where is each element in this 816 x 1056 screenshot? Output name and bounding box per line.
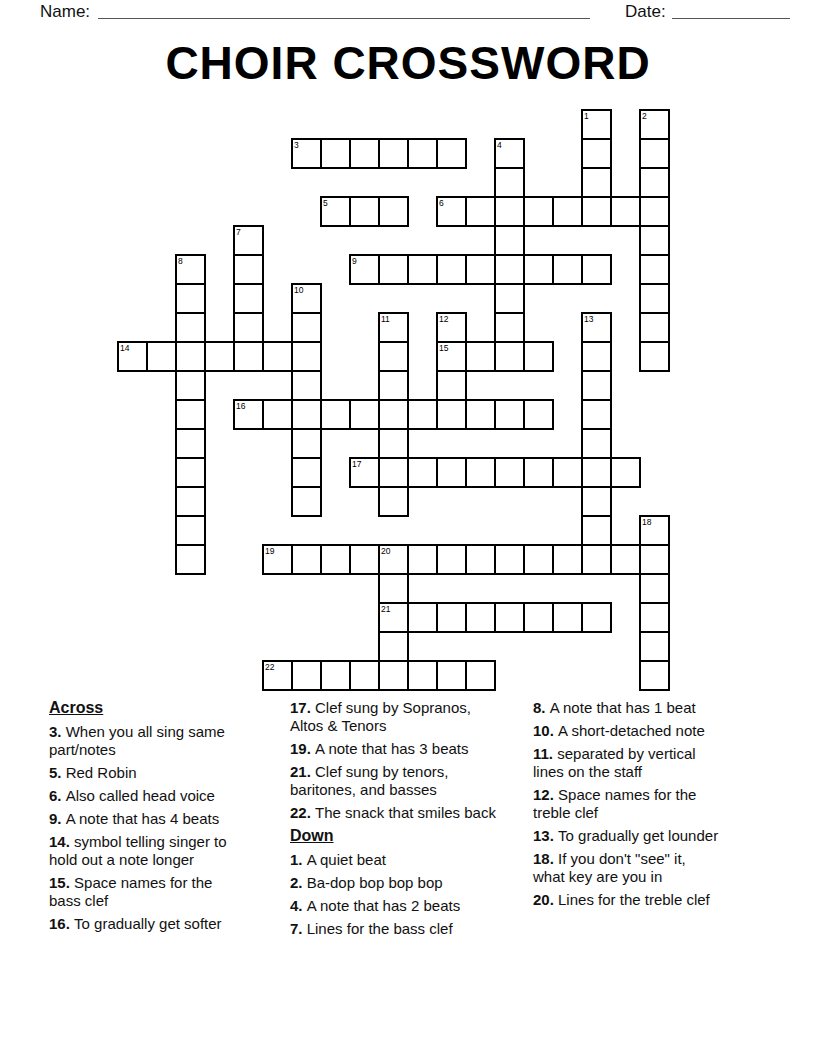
- clue-down-18: 18. If you don't "see" it, what key are …: [533, 850, 719, 886]
- grid-cell[interactable]: [350, 661, 379, 690]
- grid-cell[interactable]: [292, 400, 321, 429]
- grid-cell[interactable]: [466, 255, 495, 284]
- clue-across-15: 15. Space names for the bass clef: [49, 874, 245, 910]
- cell-number: 15: [439, 344, 448, 353]
- cell-number: 21: [381, 605, 390, 614]
- clues-column-3: 8. A note that has 1 beat10. A short-det…: [533, 699, 719, 914]
- grid-cell[interactable]: [582, 371, 611, 400]
- clue-across-14: 14. symbol telling singer to hold out a …: [49, 833, 245, 869]
- grid-cell[interactable]: [437, 139, 466, 168]
- grid-cell[interactable]: [582, 458, 611, 487]
- clue-text: When you all sing same part/notes: [49, 723, 225, 758]
- grid-cell[interactable]: [379, 574, 408, 603]
- grid-cell[interactable]: [640, 342, 669, 371]
- grid-cell[interactable]: [263, 342, 292, 371]
- grid-cell[interactable]: [292, 661, 321, 690]
- clue-across-19: 19. A note that has 3 beats: [290, 740, 496, 758]
- grid-cell[interactable]: [379, 458, 408, 487]
- grid-cell[interactable]: [321, 400, 350, 429]
- grid-cell[interactable]: [379, 371, 408, 400]
- grid-cell[interactable]: [524, 342, 553, 371]
- grid-cell[interactable]: [466, 661, 495, 690]
- clue-number-label: 6.: [49, 787, 66, 804]
- grid-cell[interactable]: [176, 487, 205, 516]
- grid-cell[interactable]: [321, 139, 350, 168]
- grid-cell[interactable]: [234, 284, 263, 313]
- clue-number-label: 14.: [49, 833, 74, 850]
- grid-cell[interactable]: [582, 545, 611, 574]
- grid-cell[interactable]: [640, 255, 669, 284]
- grid-cell[interactable]: [524, 603, 553, 632]
- grid-cell[interactable]: [408, 545, 437, 574]
- grid-cell[interactable]: [437, 255, 466, 284]
- clue-text: Lines for the treble clef: [558, 891, 710, 908]
- cell-number: 5: [323, 199, 328, 208]
- grid-cell[interactable]: [640, 139, 669, 168]
- clue-text: To gradually get softer: [74, 915, 222, 932]
- grid-cell[interactable]: [495, 400, 524, 429]
- cell-number: 7: [236, 228, 241, 237]
- grid-cell[interactable]: [234, 313, 263, 342]
- clue-number-label: 19.: [290, 740, 315, 757]
- date-blank-line[interactable]: [672, 3, 790, 19]
- grid-cell[interactable]: [553, 197, 582, 226]
- grid-cell[interactable]: [408, 603, 437, 632]
- clues-column-2: 17. Clef sung by Sopranos, Altos & Tenor…: [290, 699, 496, 943]
- grid-cell[interactable]: [437, 458, 466, 487]
- grid-cell[interactable]: [350, 400, 379, 429]
- crossword-grid: 12345678910111213141516171819202122: [118, 110, 669, 690]
- cell-number: 8: [178, 257, 183, 266]
- clue-text: To gradually get lounder: [558, 827, 718, 844]
- clue-text: Also called head voice: [66, 787, 215, 804]
- grid-cell[interactable]: [437, 371, 466, 400]
- clue-text: A note that has 1 beat: [550, 699, 696, 716]
- name-label: Name:: [40, 2, 90, 22]
- grid-cell[interactable]: [582, 342, 611, 371]
- clue-down-13: 13. To gradually get lounder: [533, 827, 719, 845]
- clue-text: A short-detached note: [558, 722, 705, 739]
- grid-cell[interactable]: [263, 400, 292, 429]
- grid-cell[interactable]: [176, 545, 205, 574]
- grid-cell[interactable]: [379, 400, 408, 429]
- grid-cell[interactable]: [379, 429, 408, 458]
- clue-across-3: 3. When you all sing same part/notes: [49, 723, 245, 759]
- grid-cell[interactable]: [495, 545, 524, 574]
- grid-cell[interactable]: [234, 255, 263, 284]
- clue-number-label: 11.: [533, 745, 557, 762]
- clue-across-6: 6. Also called head voice: [49, 787, 245, 805]
- grid-cell[interactable]: [437, 661, 466, 690]
- grid-cell[interactable]: [379, 342, 408, 371]
- grid-cell[interactable]: [582, 139, 611, 168]
- grid-cell[interactable]: [495, 255, 524, 284]
- date-label: Date:: [625, 2, 666, 22]
- grid-cell[interactable]: [640, 284, 669, 313]
- clue-text: Lines for the bass clef: [307, 920, 453, 937]
- grid-cell[interactable]: [495, 168, 524, 197]
- cell-number: 20: [381, 547, 390, 556]
- clue-across-17: 17. Clef sung by Sopranos, Altos & Tenor…: [290, 699, 496, 735]
- cell-number: 14: [120, 344, 129, 353]
- grid-cell[interactable]: [466, 400, 495, 429]
- clue-number-label: 9.: [49, 810, 66, 827]
- clue-number-label: 20.: [533, 891, 558, 908]
- grid-cell[interactable]: [611, 458, 640, 487]
- grid-cell[interactable]: [292, 487, 321, 516]
- clue-number-label: 1.: [290, 851, 307, 868]
- grid-cell[interactable]: [437, 545, 466, 574]
- grid-cell[interactable]: [524, 545, 553, 574]
- clue-down-8: 8. A note that has 1 beat: [533, 699, 719, 717]
- grid-cell[interactable]: [495, 284, 524, 313]
- grid-cell[interactable]: [553, 545, 582, 574]
- clue-number-label: 3.: [49, 723, 66, 740]
- grid-cell[interactable]: [640, 226, 669, 255]
- grid-cell[interactable]: [553, 603, 582, 632]
- grid-cell[interactable]: [408, 400, 437, 429]
- clue-number-label: 4.: [290, 897, 307, 914]
- grid-cell[interactable]: [321, 661, 350, 690]
- clue-text: Clef sung by Sopranos, Altos & Tenors: [290, 699, 471, 734]
- clue-down-20: 20. Lines for the treble clef: [533, 891, 719, 909]
- clue-number-label: 21.: [290, 763, 315, 780]
- clue-text: Space names for the treble clef: [533, 786, 696, 821]
- clue-number-label: 18.: [533, 850, 558, 867]
- grid-cell[interactable]: [379, 632, 408, 661]
- cell-number: 2: [642, 112, 647, 121]
- grid-cell[interactable]: [292, 342, 321, 371]
- grid-cell[interactable]: [582, 255, 611, 284]
- grid-cell[interactable]: [466, 197, 495, 226]
- clue-text: The snack that smiles back: [315, 804, 496, 821]
- clue-number-label: 5.: [49, 764, 66, 781]
- grid-cell[interactable]: [466, 342, 495, 371]
- clue-text: Space names for the bass clef: [49, 874, 212, 909]
- clue-down-7: 7. Lines for the bass clef: [290, 920, 496, 938]
- grid-cell[interactable]: [292, 458, 321, 487]
- grid-cell[interactable]: [495, 226, 524, 255]
- cell-number: 3: [294, 141, 299, 150]
- grid-cell[interactable]: [408, 255, 437, 284]
- cell-number: 11: [381, 315, 390, 324]
- grid-cell[interactable]: [582, 197, 611, 226]
- cell-number: 19: [265, 547, 274, 556]
- clue-number-label: 8.: [533, 699, 550, 716]
- grid-cell[interactable]: [292, 545, 321, 574]
- cell-number: 18: [642, 518, 651, 527]
- grid-cell[interactable]: [640, 574, 669, 603]
- grid-cell[interactable]: [582, 168, 611, 197]
- clue-down-12: 12. Space names for the treble clef: [533, 786, 719, 822]
- clue-text: A note that has 2 beats: [307, 897, 460, 914]
- cell-number: 6: [439, 199, 444, 208]
- grid-cell[interactable]: [408, 139, 437, 168]
- grid-cell[interactable]: [640, 197, 669, 226]
- grid-cell[interactable]: [176, 458, 205, 487]
- grid-cell[interactable]: [640, 545, 669, 574]
- grid-cell[interactable]: [379, 661, 408, 690]
- grid-cell[interactable]: [495, 342, 524, 371]
- clue-across-21: 21. Clef sung by tenors, baritones, and …: [290, 763, 496, 799]
- grid-cell[interactable]: [524, 197, 553, 226]
- clue-text: symbol telling singer to hold out a note…: [49, 833, 227, 868]
- grid-cell[interactable]: [640, 632, 669, 661]
- grid-cell[interactable]: [176, 342, 205, 371]
- grid-cell[interactable]: [176, 313, 205, 342]
- clue-number-label: 15.: [49, 874, 74, 891]
- clue-number-label: 12.: [533, 786, 558, 803]
- clue-text: separated by vertical lines on the staff: [533, 745, 696, 780]
- puzzle-title: CHOIR CROSSWORD: [0, 36, 816, 90]
- grid-cell[interactable]: [582, 487, 611, 516]
- clue-text: A quiet beat: [307, 851, 386, 868]
- clue-number-label: 22.: [290, 804, 315, 821]
- grid-cell[interactable]: [640, 168, 669, 197]
- clue-down-11: 11. separated by vertical lines on the s…: [533, 745, 719, 781]
- clue-text: A note that has 4 beats: [66, 810, 219, 827]
- grid-cell[interactable]: [176, 516, 205, 545]
- clue-text: A note that has 3 beats: [315, 740, 468, 757]
- cell-number: 1: [584, 112, 589, 121]
- clues-section-header: Down: [290, 827, 496, 845]
- name-blank-line[interactable]: [98, 3, 590, 19]
- grid-cell[interactable]: [582, 429, 611, 458]
- clue-across-5: 5. Red Robin: [49, 764, 245, 782]
- grid-cell[interactable]: [176, 429, 205, 458]
- clue-number-label: 7.: [290, 920, 307, 937]
- clue-across-16: 16. To gradually get softer: [49, 915, 245, 933]
- clues-section-header: Across: [49, 699, 245, 717]
- grid-cell[interactable]: [524, 400, 553, 429]
- grid-cell[interactable]: [582, 603, 611, 632]
- grid-cell[interactable]: [640, 661, 669, 690]
- grid-cell[interactable]: [611, 197, 640, 226]
- grid-cell[interactable]: [524, 458, 553, 487]
- clue-number-label: 16.: [49, 915, 74, 932]
- cell-number: 12: [439, 315, 448, 324]
- clue-across-22: 22. The snack that smiles back: [290, 804, 496, 822]
- grid-cell[interactable]: [408, 458, 437, 487]
- worksheet-page: { "game": "crossword", "title": "CHOIR C…: [0, 0, 816, 1056]
- clue-down-2: 2. Ba-dop bop bop bop: [290, 874, 496, 892]
- grid-cell[interactable]: [379, 255, 408, 284]
- cell-number: 22: [265, 663, 274, 672]
- grid-cell[interactable]: [495, 313, 524, 342]
- grid-cell[interactable]: [640, 603, 669, 632]
- clue-number-label: 2.: [290, 874, 307, 891]
- clue-text: Red Robin: [66, 764, 137, 781]
- grid-cell[interactable]: [176, 400, 205, 429]
- grid-cell[interactable]: [379, 139, 408, 168]
- clue-number-label: 10.: [533, 722, 558, 739]
- clues-column-1: Across3. When you all sing same part/not…: [49, 699, 245, 938]
- cell-number: 10: [294, 286, 303, 295]
- grid-cell[interactable]: [176, 371, 205, 400]
- grid-cell[interactable]: [466, 545, 495, 574]
- grid-cell[interactable]: [292, 313, 321, 342]
- grid-cell[interactable]: [408, 661, 437, 690]
- grid-cell[interactable]: [234, 342, 263, 371]
- grid-cell[interactable]: [640, 313, 669, 342]
- clue-number-label: 13.: [533, 827, 558, 844]
- grid-cell[interactable]: [437, 400, 466, 429]
- grid-cell[interactable]: [495, 458, 524, 487]
- grid-cell[interactable]: [495, 197, 524, 226]
- grid-cell[interactable]: [437, 603, 466, 632]
- grid-cell[interactable]: [379, 197, 408, 226]
- grid-cell[interactable]: [321, 545, 350, 574]
- grid-cell[interactable]: [292, 429, 321, 458]
- clue-text: Ba-dop bop bop bop: [307, 874, 443, 891]
- cell-number: 13: [584, 315, 593, 324]
- grid-cell[interactable]: [524, 255, 553, 284]
- grid-cell[interactable]: [495, 603, 524, 632]
- grid-cell[interactable]: [582, 516, 611, 545]
- grid-cell[interactable]: [582, 400, 611, 429]
- grid-cell[interactable]: [466, 458, 495, 487]
- grid-cell[interactable]: [205, 342, 234, 371]
- grid-cell[interactable]: [553, 458, 582, 487]
- cell-number: 4: [497, 141, 502, 150]
- grid-cell[interactable]: [611, 545, 640, 574]
- grid-cell[interactable]: [466, 603, 495, 632]
- grid-cell[interactable]: [292, 371, 321, 400]
- grid-cell[interactable]: [176, 284, 205, 313]
- cell-number: 17: [352, 460, 361, 469]
- cell-number: 16: [236, 402, 245, 411]
- cell-number: 9: [352, 257, 357, 266]
- grid-cell[interactable]: [350, 545, 379, 574]
- grid-cell[interactable]: [379, 487, 408, 516]
- grid-cell[interactable]: [350, 197, 379, 226]
- clue-down-10: 10. A short-detached note: [533, 722, 719, 740]
- clue-down-1: 1. A quiet beat: [290, 851, 496, 869]
- grid-cell[interactable]: [147, 342, 176, 371]
- clue-number-label: 17.: [290, 699, 315, 716]
- grid-cell[interactable]: [553, 255, 582, 284]
- clue-down-4: 4. A note that has 2 beats: [290, 897, 496, 915]
- grid-cell[interactable]: [350, 139, 379, 168]
- clue-across-9: 9. A note that has 4 beats: [49, 810, 245, 828]
